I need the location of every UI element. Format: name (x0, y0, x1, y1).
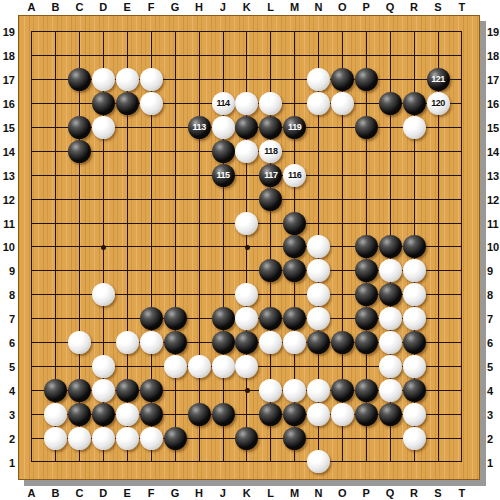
intersection-O7[interactable] (331, 307, 355, 331)
intersection-S16[interactable]: 120 (426, 92, 450, 116)
intersection-B11[interactable] (44, 211, 68, 235)
intersection-B12[interactable] (44, 187, 68, 211)
intersection-K4[interactable] (235, 378, 259, 402)
intersection-T18[interactable] (450, 44, 474, 68)
intersection-R19[interactable] (402, 20, 426, 44)
intersection-E1[interactable] (116, 450, 140, 474)
intersection-L11[interactable] (259, 211, 283, 235)
intersection-N13[interactable] (307, 163, 331, 187)
intersection-G13[interactable] (163, 163, 187, 187)
intersection-D10[interactable] (92, 235, 116, 259)
intersection-O18[interactable] (331, 44, 355, 68)
intersection-P9[interactable] (354, 259, 378, 283)
intersection-B4[interactable] (44, 378, 68, 402)
intersection-B2[interactable] (44, 426, 68, 450)
intersection-T9[interactable] (450, 259, 474, 283)
intersection-M6[interactable] (283, 331, 307, 355)
intersection-L9[interactable] (259, 259, 283, 283)
intersection-D1[interactable] (92, 450, 116, 474)
intersection-E12[interactable] (116, 187, 140, 211)
intersection-M16[interactable] (283, 92, 307, 116)
intersection-T7[interactable] (450, 307, 474, 331)
intersection-E6[interactable] (116, 331, 140, 355)
intersection-M1[interactable] (283, 450, 307, 474)
intersection-S3[interactable] (426, 402, 450, 426)
intersection-F8[interactable] (139, 283, 163, 307)
intersection-N6[interactable] (307, 331, 331, 355)
intersection-E13[interactable] (116, 163, 140, 187)
intersection-C14[interactable] (68, 139, 92, 163)
intersection-P12[interactable] (354, 187, 378, 211)
intersection-A10[interactable] (20, 235, 44, 259)
intersection-A16[interactable] (20, 92, 44, 116)
intersection-N12[interactable] (307, 187, 331, 211)
intersection-B18[interactable] (44, 44, 68, 68)
intersection-C6[interactable] (68, 331, 92, 355)
intersection-R14[interactable] (402, 139, 426, 163)
intersection-N18[interactable] (307, 44, 331, 68)
intersection-Q13[interactable] (378, 163, 402, 187)
intersection-A3[interactable] (20, 402, 44, 426)
intersection-A19[interactable] (20, 20, 44, 44)
intersection-H15[interactable]: 113 (187, 116, 211, 140)
intersection-G6[interactable] (163, 331, 187, 355)
intersection-A9[interactable] (20, 259, 44, 283)
intersection-S7[interactable] (426, 307, 450, 331)
intersection-F6[interactable] (139, 331, 163, 355)
intersection-S4[interactable] (426, 378, 450, 402)
intersection-K19[interactable] (235, 20, 259, 44)
intersection-P15[interactable] (354, 116, 378, 140)
intersection-P2[interactable] (354, 426, 378, 450)
intersection-G9[interactable] (163, 259, 187, 283)
intersection-R12[interactable] (402, 187, 426, 211)
intersection-M13[interactable]: 116 (283, 163, 307, 187)
intersection-K11[interactable] (235, 211, 259, 235)
intersection-O14[interactable] (331, 139, 355, 163)
intersection-J8[interactable] (211, 283, 235, 307)
intersection-D3[interactable] (92, 402, 116, 426)
intersection-O8[interactable] (331, 283, 355, 307)
intersection-J1[interactable] (211, 450, 235, 474)
intersection-C8[interactable] (68, 283, 92, 307)
intersection-B6[interactable] (44, 331, 68, 355)
intersection-M9[interactable] (283, 259, 307, 283)
intersection-G2[interactable] (163, 426, 187, 450)
intersection-F19[interactable] (139, 20, 163, 44)
intersection-O10[interactable] (331, 235, 355, 259)
intersection-S2[interactable] (426, 426, 450, 450)
intersection-H19[interactable] (187, 20, 211, 44)
intersection-L2[interactable] (259, 426, 283, 450)
intersection-F1[interactable] (139, 450, 163, 474)
intersection-P4[interactable] (354, 378, 378, 402)
intersection-R11[interactable] (402, 211, 426, 235)
intersection-T8[interactable] (450, 283, 474, 307)
intersection-S18[interactable] (426, 44, 450, 68)
intersection-D18[interactable] (92, 44, 116, 68)
intersection-B3[interactable] (44, 402, 68, 426)
intersection-J18[interactable] (211, 44, 235, 68)
intersection-S1[interactable] (426, 450, 450, 474)
intersection-F14[interactable] (139, 139, 163, 163)
intersection-R7[interactable] (402, 307, 426, 331)
intersection-D9[interactable] (92, 259, 116, 283)
intersection-K7[interactable] (235, 307, 259, 331)
intersection-J6[interactable] (211, 331, 235, 355)
intersection-B15[interactable] (44, 116, 68, 140)
intersection-P13[interactable] (354, 163, 378, 187)
intersection-G17[interactable] (163, 68, 187, 92)
intersection-P17[interactable] (354, 68, 378, 92)
intersection-M7[interactable] (283, 307, 307, 331)
intersection-Q8[interactable] (378, 283, 402, 307)
intersection-J13[interactable]: 115 (211, 163, 235, 187)
intersection-Q9[interactable] (378, 259, 402, 283)
intersection-T2[interactable] (450, 426, 474, 450)
intersection-S5[interactable] (426, 354, 450, 378)
intersection-N8[interactable] (307, 283, 331, 307)
intersection-T5[interactable] (450, 354, 474, 378)
intersection-H4[interactable] (187, 378, 211, 402)
intersection-A8[interactable] (20, 283, 44, 307)
intersection-K13[interactable] (235, 163, 259, 187)
intersection-J9[interactable] (211, 259, 235, 283)
intersection-O11[interactable] (331, 211, 355, 235)
intersection-K15[interactable] (235, 116, 259, 140)
intersection-S6[interactable] (426, 331, 450, 355)
intersection-A6[interactable] (20, 331, 44, 355)
intersection-Q12[interactable] (378, 187, 402, 211)
intersection-L3[interactable] (259, 402, 283, 426)
intersection-C4[interactable] (68, 378, 92, 402)
intersection-O3[interactable] (331, 402, 355, 426)
intersection-L18[interactable] (259, 44, 283, 68)
intersection-B5[interactable] (44, 354, 68, 378)
intersection-T19[interactable] (450, 20, 474, 44)
intersection-C2[interactable] (68, 426, 92, 450)
intersection-T10[interactable] (450, 235, 474, 259)
intersection-S14[interactable] (426, 139, 450, 163)
intersection-Q18[interactable] (378, 44, 402, 68)
intersection-F18[interactable] (139, 44, 163, 68)
intersection-A11[interactable] (20, 211, 44, 235)
intersection-E19[interactable] (116, 20, 140, 44)
intersection-D8[interactable] (92, 283, 116, 307)
intersection-P10[interactable] (354, 235, 378, 259)
intersection-H11[interactable] (187, 211, 211, 235)
intersection-A15[interactable] (20, 116, 44, 140)
intersection-J4[interactable] (211, 378, 235, 402)
intersection-G7[interactable] (163, 307, 187, 331)
intersection-L16[interactable] (259, 92, 283, 116)
intersection-E8[interactable] (116, 283, 140, 307)
intersection-E3[interactable] (116, 402, 140, 426)
intersection-R6[interactable] (402, 331, 426, 355)
intersection-H3[interactable] (187, 402, 211, 426)
intersection-N17[interactable] (307, 68, 331, 92)
intersection-L7[interactable] (259, 307, 283, 331)
intersection-R2[interactable] (402, 426, 426, 450)
intersection-Q14[interactable] (378, 139, 402, 163)
intersection-A18[interactable] (20, 44, 44, 68)
intersection-N10[interactable] (307, 235, 331, 259)
intersection-R10[interactable] (402, 235, 426, 259)
intersection-P14[interactable] (354, 139, 378, 163)
intersection-P7[interactable] (354, 307, 378, 331)
intersection-R4[interactable] (402, 378, 426, 402)
intersection-E18[interactable] (116, 44, 140, 68)
intersection-L10[interactable] (259, 235, 283, 259)
intersection-Q16[interactable] (378, 92, 402, 116)
intersection-F2[interactable] (139, 426, 163, 450)
intersection-H18[interactable] (187, 44, 211, 68)
intersection-L13[interactable]: 117 (259, 163, 283, 187)
intersection-H13[interactable] (187, 163, 211, 187)
intersection-H8[interactable] (187, 283, 211, 307)
intersection-N15[interactable] (307, 116, 331, 140)
intersection-M10[interactable] (283, 235, 307, 259)
intersection-N11[interactable] (307, 211, 331, 235)
intersection-A2[interactable] (20, 426, 44, 450)
intersection-B7[interactable] (44, 307, 68, 331)
intersection-S17[interactable]: 121 (426, 68, 450, 92)
intersection-B19[interactable] (44, 20, 68, 44)
intersection-G3[interactable] (163, 402, 187, 426)
intersection-Q2[interactable] (378, 426, 402, 450)
intersection-R13[interactable] (402, 163, 426, 187)
intersection-F12[interactable] (139, 187, 163, 211)
intersection-R8[interactable] (402, 283, 426, 307)
intersection-P8[interactable] (354, 283, 378, 307)
intersection-F13[interactable] (139, 163, 163, 187)
intersection-E14[interactable] (116, 139, 140, 163)
intersection-O15[interactable] (331, 116, 355, 140)
intersection-R3[interactable] (402, 402, 426, 426)
intersection-E9[interactable] (116, 259, 140, 283)
intersection-B8[interactable] (44, 283, 68, 307)
intersection-R9[interactable] (402, 259, 426, 283)
intersection-T14[interactable] (450, 139, 474, 163)
intersection-G8[interactable] (163, 283, 187, 307)
intersection-O1[interactable] (331, 450, 355, 474)
intersection-E2[interactable] (116, 426, 140, 450)
intersection-Q11[interactable] (378, 211, 402, 235)
intersection-L6[interactable] (259, 331, 283, 355)
intersection-N3[interactable] (307, 402, 331, 426)
intersection-B17[interactable] (44, 68, 68, 92)
intersection-N9[interactable] (307, 259, 331, 283)
intersection-G18[interactable] (163, 44, 187, 68)
intersection-M17[interactable] (283, 68, 307, 92)
intersection-J11[interactable] (211, 211, 235, 235)
intersection-C17[interactable] (68, 68, 92, 92)
intersection-P6[interactable] (354, 331, 378, 355)
intersection-T16[interactable] (450, 92, 474, 116)
intersection-R16[interactable] (402, 92, 426, 116)
intersection-S15[interactable] (426, 116, 450, 140)
intersection-C19[interactable] (68, 20, 92, 44)
intersection-S10[interactable] (426, 235, 450, 259)
intersection-O19[interactable] (331, 20, 355, 44)
intersection-B1[interactable] (44, 450, 68, 474)
intersection-B14[interactable] (44, 139, 68, 163)
intersection-M14[interactable] (283, 139, 307, 163)
intersection-O4[interactable] (331, 378, 355, 402)
intersection-T11[interactable] (450, 211, 474, 235)
intersection-F5[interactable] (139, 354, 163, 378)
intersection-M8[interactable] (283, 283, 307, 307)
intersection-N7[interactable] (307, 307, 331, 331)
intersection-K10[interactable] (235, 235, 259, 259)
intersection-D4[interactable] (92, 378, 116, 402)
intersection-D2[interactable] (92, 426, 116, 450)
intersection-D11[interactable] (92, 211, 116, 235)
intersection-K5[interactable] (235, 354, 259, 378)
intersection-P3[interactable] (354, 402, 378, 426)
intersection-R1[interactable] (402, 450, 426, 474)
intersection-N5[interactable] (307, 354, 331, 378)
intersection-O13[interactable] (331, 163, 355, 187)
intersection-S13[interactable] (426, 163, 450, 187)
intersection-B16[interactable] (44, 92, 68, 116)
intersection-B10[interactable] (44, 235, 68, 259)
intersection-H16[interactable] (187, 92, 211, 116)
intersection-D19[interactable] (92, 20, 116, 44)
intersection-M18[interactable] (283, 44, 307, 68)
intersection-R17[interactable] (402, 68, 426, 92)
intersection-J15[interactable] (211, 116, 235, 140)
intersection-M15[interactable]: 119 (283, 116, 307, 140)
intersection-Q1[interactable] (378, 450, 402, 474)
intersection-L15[interactable] (259, 116, 283, 140)
intersection-H10[interactable] (187, 235, 211, 259)
intersection-R18[interactable] (402, 44, 426, 68)
intersection-T13[interactable] (450, 163, 474, 187)
intersection-L1[interactable] (259, 450, 283, 474)
intersection-J2[interactable] (211, 426, 235, 450)
intersection-G4[interactable] (163, 378, 187, 402)
intersection-F10[interactable] (139, 235, 163, 259)
intersection-O12[interactable] (331, 187, 355, 211)
intersection-D6[interactable] (92, 331, 116, 355)
intersection-C9[interactable] (68, 259, 92, 283)
intersection-H6[interactable] (187, 331, 211, 355)
intersection-B9[interactable] (44, 259, 68, 283)
intersection-F3[interactable] (139, 402, 163, 426)
intersection-M11[interactable] (283, 211, 307, 235)
intersection-B13[interactable] (44, 163, 68, 187)
intersection-K6[interactable] (235, 331, 259, 355)
intersection-S19[interactable] (426, 20, 450, 44)
intersection-S11[interactable] (426, 211, 450, 235)
intersection-R15[interactable] (402, 116, 426, 140)
intersection-Q4[interactable] (378, 378, 402, 402)
intersection-H14[interactable] (187, 139, 211, 163)
intersection-K16[interactable] (235, 92, 259, 116)
intersection-E11[interactable] (116, 211, 140, 235)
intersection-P5[interactable] (354, 354, 378, 378)
intersection-S8[interactable] (426, 283, 450, 307)
intersection-L5[interactable] (259, 354, 283, 378)
intersection-H17[interactable] (187, 68, 211, 92)
intersection-O6[interactable] (331, 331, 355, 355)
intersection-C15[interactable] (68, 116, 92, 140)
intersection-M3[interactable] (283, 402, 307, 426)
intersection-T12[interactable] (450, 187, 474, 211)
intersection-E7[interactable] (116, 307, 140, 331)
intersection-F17[interactable] (139, 68, 163, 92)
intersection-C3[interactable] (68, 402, 92, 426)
intersection-L14[interactable]: 118 (259, 139, 283, 163)
intersection-Q15[interactable] (378, 116, 402, 140)
intersection-G1[interactable] (163, 450, 187, 474)
intersection-T15[interactable] (450, 116, 474, 140)
intersection-M5[interactable] (283, 354, 307, 378)
intersection-C5[interactable] (68, 354, 92, 378)
intersection-D13[interactable] (92, 163, 116, 187)
intersection-A17[interactable] (20, 68, 44, 92)
intersection-P19[interactable] (354, 20, 378, 44)
intersection-Q17[interactable] (378, 68, 402, 92)
intersection-K8[interactable] (235, 283, 259, 307)
intersection-K3[interactable] (235, 402, 259, 426)
intersection-N1[interactable] (307, 450, 331, 474)
intersection-J17[interactable] (211, 68, 235, 92)
intersection-M2[interactable] (283, 426, 307, 450)
intersection-H7[interactable] (187, 307, 211, 331)
intersection-O5[interactable] (331, 354, 355, 378)
intersection-G12[interactable] (163, 187, 187, 211)
intersection-K9[interactable] (235, 259, 259, 283)
intersection-J5[interactable] (211, 354, 235, 378)
intersection-F16[interactable] (139, 92, 163, 116)
intersection-F11[interactable] (139, 211, 163, 235)
intersection-F4[interactable] (139, 378, 163, 402)
intersection-K12[interactable] (235, 187, 259, 211)
intersection-J10[interactable] (211, 235, 235, 259)
intersection-K1[interactable] (235, 450, 259, 474)
intersection-T6[interactable] (450, 331, 474, 355)
intersection-M4[interactable] (283, 378, 307, 402)
intersection-J16[interactable]: 114 (211, 92, 235, 116)
intersection-M19[interactable] (283, 20, 307, 44)
intersection-A1[interactable] (20, 450, 44, 474)
intersection-D14[interactable] (92, 139, 116, 163)
intersection-C10[interactable] (68, 235, 92, 259)
intersection-C13[interactable] (68, 163, 92, 187)
intersection-T4[interactable] (450, 378, 474, 402)
intersection-G5[interactable] (163, 354, 187, 378)
intersection-Q5[interactable] (378, 354, 402, 378)
intersection-E16[interactable] (116, 92, 140, 116)
intersection-T3[interactable] (450, 402, 474, 426)
intersection-E10[interactable] (116, 235, 140, 259)
intersection-O16[interactable] (331, 92, 355, 116)
intersection-L8[interactable] (259, 283, 283, 307)
intersection-K17[interactable] (235, 68, 259, 92)
intersection-E5[interactable] (116, 354, 140, 378)
intersection-L4[interactable] (259, 378, 283, 402)
intersection-Q10[interactable] (378, 235, 402, 259)
intersection-A7[interactable] (20, 307, 44, 331)
intersection-Q19[interactable] (378, 20, 402, 44)
intersection-A13[interactable] (20, 163, 44, 187)
intersection-P11[interactable] (354, 211, 378, 235)
intersection-H2[interactable] (187, 426, 211, 450)
intersection-D12[interactable] (92, 187, 116, 211)
intersection-G19[interactable] (163, 20, 187, 44)
